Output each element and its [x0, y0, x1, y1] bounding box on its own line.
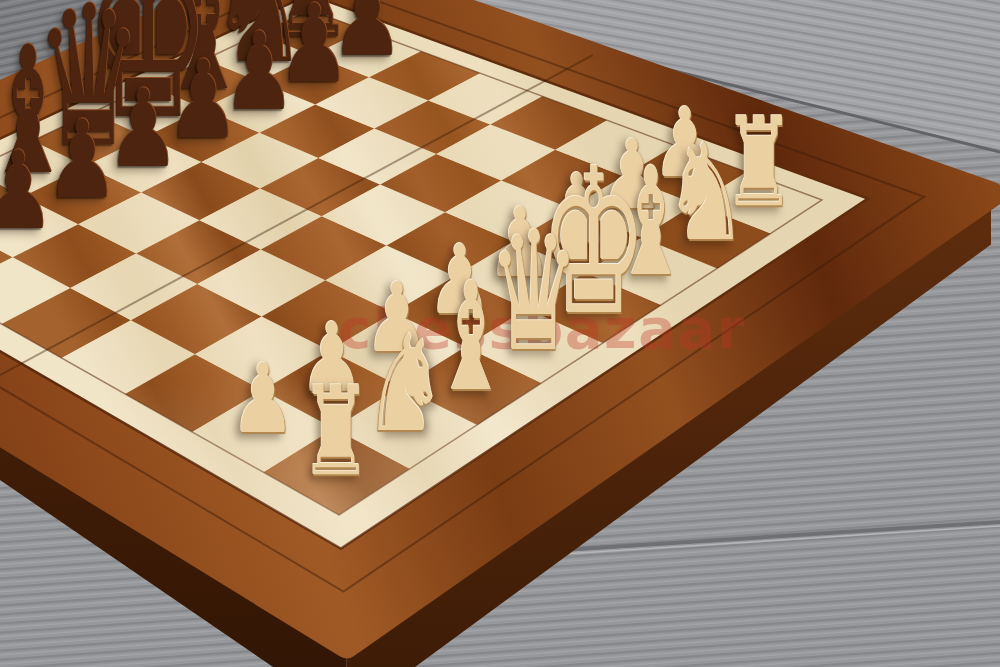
- watermark-text: chessbazaar: [338, 296, 746, 361]
- photo-scene: ♜♟♞♟♝♟♚♟♛♟♝♟♟♞♜♟♟♜♞♟♟♝♟♚♟♛♟♝♟♞♟♜ chessba…: [0, 0, 1000, 667]
